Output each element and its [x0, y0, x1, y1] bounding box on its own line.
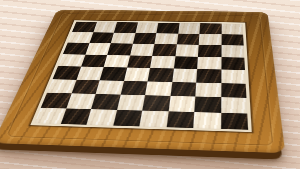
playing-field [34, 22, 248, 130]
square-r7c7[interactable] [194, 97, 220, 113]
square-r6c5[interactable] [145, 81, 172, 96]
board-frame [30, 20, 252, 132]
square-r3c8[interactable] [221, 45, 244, 57]
square-r2c7[interactable] [199, 34, 221, 45]
square-r1c8[interactable] [221, 24, 243, 35]
square-r3c2[interactable] [85, 43, 111, 55]
square-r2c6[interactable] [176, 33, 199, 44]
square-r1c6[interactable] [178, 23, 200, 34]
square-r3c4[interactable] [130, 44, 155, 56]
square-r4c6[interactable] [173, 56, 197, 69]
square-r2c3[interactable] [111, 32, 135, 43]
square-r6c2[interactable] [71, 80, 100, 94]
square-r5c7[interactable] [196, 69, 221, 83]
square-r8c6[interactable] [166, 111, 194, 128]
square-r7c1[interactable] [41, 93, 71, 108]
square-r4c3[interactable] [104, 55, 130, 68]
square-r6c4[interactable] [120, 81, 147, 96]
square-r8c5[interactable] [139, 110, 168, 127]
square-r8c4[interactable] [113, 110, 143, 127]
square-r7c8[interactable] [221, 97, 248, 113]
square-r4c8[interactable] [221, 57, 245, 70]
square-r3c6[interactable] [175, 44, 199, 56]
square-r2c8[interactable] [221, 34, 244, 45]
square-r7c3[interactable] [91, 94, 120, 110]
square-r6c6[interactable] [170, 82, 196, 97]
square-r2c4[interactable] [132, 33, 156, 44]
square-r5c8[interactable] [221, 69, 246, 83]
square-r8c8[interactable] [221, 112, 249, 129]
square-r6c8[interactable] [221, 83, 247, 98]
square-r6c3[interactable] [96, 80, 124, 95]
square-r3c3[interactable] [107, 43, 132, 55]
square-r4c7[interactable] [197, 56, 221, 69]
square-r1c5[interactable] [156, 23, 179, 34]
square-r5c4[interactable] [124, 68, 150, 82]
board-photo-scene [0, 0, 300, 169]
square-r2c5[interactable] [154, 33, 177, 44]
square-r2c2[interactable] [89, 32, 114, 43]
square-r5c5[interactable] [148, 68, 174, 82]
square-r7c4[interactable] [117, 95, 145, 111]
square-r1c4[interactable] [135, 22, 158, 33]
square-r3c7[interactable] [198, 45, 221, 57]
square-r4c5[interactable] [150, 56, 175, 69]
square-r8c7[interactable] [193, 112, 220, 129]
square-r6c7[interactable] [195, 82, 221, 97]
square-r8c3[interactable] [86, 109, 116, 126]
square-r7c6[interactable] [168, 96, 195, 112]
square-r5c6[interactable] [172, 68, 197, 82]
square-r3c5[interactable] [152, 44, 176, 56]
square-r7c5[interactable] [142, 95, 170, 111]
square-r4c4[interactable] [127, 55, 153, 68]
square-r5c3[interactable] [100, 67, 127, 81]
square-r1c7[interactable] [199, 23, 221, 34]
square-r1c3[interactable] [114, 22, 138, 33]
